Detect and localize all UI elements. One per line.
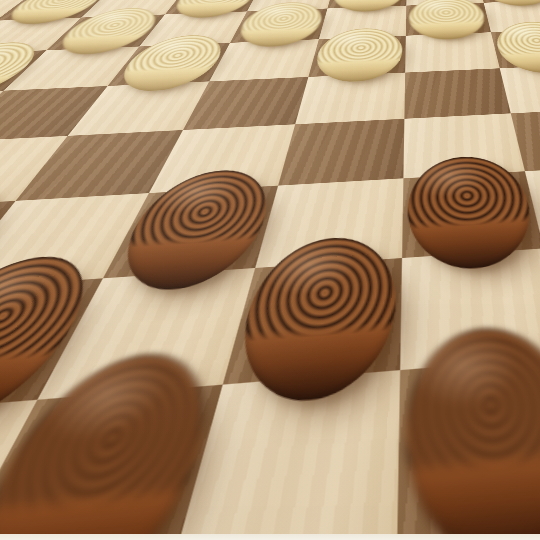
light-piece[interactable]: ⛀ xyxy=(310,27,403,84)
square-e7[interactable]: ⛀ xyxy=(230,8,327,42)
dark-piece-glyph: ⛂ xyxy=(407,154,540,273)
photo-scene: ⛀⛀⛀⛀⛀⛀⛀⛀⛀⛀⛀⛀⛂⛂⛂⛂⛂⛂⛂⛂⛂⛂⛂⛂ xyxy=(0,0,540,540)
square-g3[interactable]: ⛂ xyxy=(402,171,540,258)
square-h8[interactable]: ⛀ xyxy=(478,0,540,3)
dark-piece[interactable]: ⛂ xyxy=(407,154,540,273)
light-piece-glyph: ⛀ xyxy=(310,27,403,84)
light-piece-glyph: ⛀ xyxy=(409,0,489,41)
square-g1[interactable]: ⛂ xyxy=(397,356,540,539)
checkers-board: ⛀⛀⛀⛀⛀⛀⛀⛀⛀⛀⛀⛀⛂⛂⛂⛂⛂⛂⛂⛂⛂⛂⛂⛂ xyxy=(0,0,540,540)
square-g5[interactable] xyxy=(404,68,510,118)
square-h6[interactable]: ⛀ xyxy=(491,29,540,68)
light-piece-glyph: ⛀ xyxy=(492,20,540,74)
dark-piece[interactable]: ⛂ xyxy=(405,323,540,540)
square-g7[interactable]: ⛀ xyxy=(406,3,491,36)
light-piece[interactable]: ⛀ xyxy=(409,0,489,41)
light-piece[interactable]: ⛀ xyxy=(492,20,540,74)
board-edge-strip xyxy=(0,534,540,540)
dark-piece-glyph: ⛂ xyxy=(405,323,540,540)
square-f6[interactable]: ⛀ xyxy=(308,36,405,77)
square-f4[interactable] xyxy=(278,119,404,186)
square-f8[interactable]: ⛀ xyxy=(327,0,406,8)
